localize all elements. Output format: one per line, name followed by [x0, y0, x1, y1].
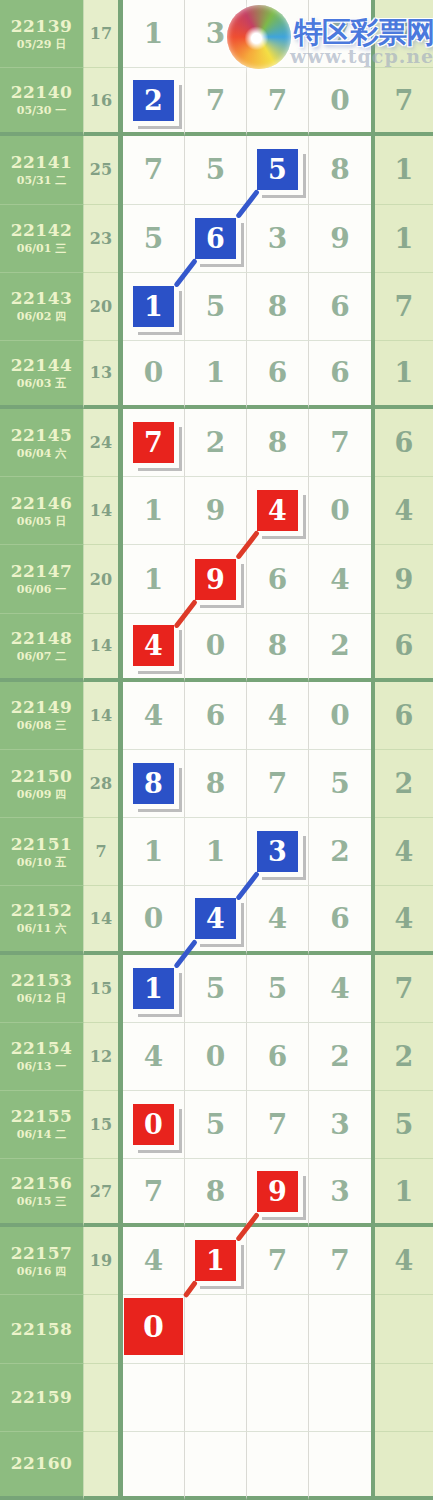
digit-cell: 4 — [185, 886, 247, 954]
digit-cell: 4 — [123, 1227, 185, 1295]
digit-cell: 3 — [247, 205, 309, 273]
period-number: 22154 — [11, 1038, 73, 1058]
sum-cell — [84, 1295, 118, 1363]
chart-row: 22159 — [0, 1364, 433, 1432]
digit-cell: 6 — [247, 545, 309, 613]
period-cell: 2214606/05 日 — [0, 477, 84, 545]
highlight-box: 2 — [133, 80, 174, 121]
fifth-digit-cell: 4 — [375, 477, 433, 545]
digit-cell: 3 — [309, 1159, 371, 1227]
chart-row: 2215306/12 日1515547 — [0, 955, 433, 1023]
digit-cell: 9 — [309, 205, 371, 273]
chart-row: 2215506/14 二1505735 — [0, 1091, 433, 1159]
period-cell: 22158 — [0, 1295, 84, 1363]
digit-cell: 4 — [247, 886, 309, 954]
period-number: 22159 — [11, 1387, 73, 1407]
digit-cell: 1 — [123, 955, 185, 1023]
chart-row: 2214906/08 三1446406 — [0, 682, 433, 750]
chart-row: 2215206/11 六1404464 — [0, 886, 433, 954]
digit-cell: 9 — [247, 1159, 309, 1227]
digit-cell: 1 — [185, 818, 247, 886]
period-number: 22140 — [11, 82, 73, 102]
digit-cell: 1 — [185, 341, 247, 409]
digit-cell: 6 — [309, 341, 371, 409]
digit-cell: 7 — [123, 136, 185, 204]
digit-cell: 1 — [123, 477, 185, 545]
fifth-digit-cell — [375, 1364, 433, 1432]
period-number: 22146 — [11, 493, 73, 513]
period-date: 06/05 日 — [17, 514, 66, 529]
digit-cell: 3 — [247, 818, 309, 886]
sum-cell — [84, 1432, 118, 1500]
digit-cell: 2 — [309, 818, 371, 886]
digit-cell: 0 — [123, 1295, 185, 1363]
digit-cell: 7 — [309, 0, 371, 68]
digit-cell: 6 — [247, 1023, 309, 1091]
digit-cell — [309, 1432, 371, 1500]
fifth-digit-cell — [375, 1432, 433, 1500]
chart-row: 2215606/15 三2778931 — [0, 1159, 433, 1227]
period-cell: 2213905/29 日 — [0, 0, 84, 68]
fifth-digit-cell: 7 — [375, 68, 433, 136]
digit-cell: 5 — [185, 273, 247, 341]
sum-cell: 15 — [84, 1091, 118, 1159]
fifth-digit-cell: 4 — [375, 1227, 433, 1295]
period-date: 06/06 一 — [17, 582, 66, 597]
digit-cell: 2 — [185, 409, 247, 477]
digit-cell: 2 — [123, 68, 185, 136]
digit-cell — [123, 1432, 185, 1500]
period-cell: 2214806/07 二 — [0, 614, 84, 682]
period-cell: 2215106/10 五 — [0, 818, 84, 886]
digit-cell: 0 — [123, 886, 185, 954]
highlight-box: 0 — [124, 1298, 183, 1355]
digit-cell: 3 — [185, 0, 247, 68]
digit-cell: 7 — [247, 68, 309, 136]
period-number: 22148 — [11, 628, 73, 648]
period-cell: 2214706/06 一 — [0, 545, 84, 613]
digit-cell: 5 — [185, 1091, 247, 1159]
highlight-box: 0 — [133, 1104, 174, 1145]
digit-cell: 0 — [185, 614, 247, 682]
digit-cell: 8 — [185, 750, 247, 818]
sum-cell: 15 — [84, 955, 118, 1023]
digit-cell: 6 — [247, 0, 309, 68]
digit-cell: 4 — [309, 545, 371, 613]
digit-cell: 5 — [185, 136, 247, 204]
digit-cell — [309, 1364, 371, 1432]
chart-row: 2214005/30 一1627707 — [0, 68, 433, 136]
sum-cell: 24 — [84, 409, 118, 477]
digit-cell: 0 — [309, 68, 371, 136]
highlight-box: 6 — [195, 218, 236, 259]
highlight-box: 1 — [133, 968, 174, 1009]
period-cell: 2215606/15 三 — [0, 1159, 84, 1227]
fifth-digit-cell: 7 — [375, 273, 433, 341]
chart-row: 22160 — [0, 1432, 433, 1500]
sum-cell: 13 — [84, 341, 118, 409]
period-number: 22150 — [11, 766, 73, 786]
period-cell: 2214206/01 三 — [0, 205, 84, 273]
chart-row: 2215706/16 四1941774 — [0, 1227, 433, 1295]
digit-cell: 5 — [185, 955, 247, 1023]
sum-cell: 14 — [84, 614, 118, 682]
period-date: 06/11 六 — [17, 921, 66, 936]
digit-cell — [185, 1295, 247, 1363]
chart-row: 2215106/10 五711324 — [0, 818, 433, 886]
sum-cell: 14 — [84, 477, 118, 545]
sum-cell: 14 — [84, 682, 118, 750]
period-date: 05/29 日 — [17, 37, 66, 52]
period-number: 22157 — [11, 1243, 73, 1263]
fifth-digit-cell: 9 — [375, 545, 433, 613]
digit-cell — [309, 1295, 371, 1363]
highlight-box: 5 — [257, 149, 298, 190]
fifth-digit-cell: 1 — [375, 341, 433, 409]
period-number: 22144 — [11, 355, 73, 375]
period-cell: 2214406/03 五 — [0, 341, 84, 409]
digit-cell: 0 — [309, 682, 371, 750]
highlight-box: 4 — [195, 898, 236, 939]
period-date: 05/30 一 — [17, 103, 66, 118]
chart-row: 2214806/07 二1440826 — [0, 614, 433, 682]
digit-cell: 6 — [309, 886, 371, 954]
digit-cell: 0 — [123, 1091, 185, 1159]
period-date: 06/15 三 — [17, 1194, 66, 1209]
digit-cell: 4 — [309, 955, 371, 1023]
digit-cell: 0 — [309, 477, 371, 545]
fifth-digit-cell: 1 — [375, 136, 433, 204]
chart-row: 221580 — [0, 1295, 433, 1363]
digit-cell: 4 — [123, 1023, 185, 1091]
chart-row: 2214706/06 一2019649 — [0, 545, 433, 613]
digit-cell: 9 — [185, 477, 247, 545]
digit-cell: 8 — [247, 614, 309, 682]
sum-cell: 16 — [84, 68, 118, 136]
period-number: 22143 — [11, 288, 73, 308]
digit-cell: 7 — [309, 1227, 371, 1295]
sum-cell — [84, 1364, 118, 1432]
period-cell: 22160 — [0, 1432, 84, 1500]
chart-row: 2215406/13 一1240622 — [0, 1023, 433, 1091]
digit-cell: 8 — [123, 750, 185, 818]
period-number: 22142 — [11, 220, 73, 240]
digit-cell: 5 — [309, 750, 371, 818]
digit-cell: 6 — [309, 273, 371, 341]
digit-cell: 3 — [309, 1091, 371, 1159]
digit-cell — [185, 1364, 247, 1432]
digit-cell: 2 — [309, 1023, 371, 1091]
digit-cell: 7 — [123, 409, 185, 477]
digit-cell: 0 — [123, 341, 185, 409]
digit-cell: 2 — [309, 614, 371, 682]
digit-cell: 6 — [185, 682, 247, 750]
period-number: 22141 — [11, 152, 73, 172]
chart-row: 2214606/05 日1419404 — [0, 477, 433, 545]
highlight-box: 1 — [195, 1240, 236, 1281]
period-number: 22151 — [11, 834, 73, 854]
sum-cell: 23 — [84, 205, 118, 273]
sum-cell: 14 — [84, 886, 118, 954]
fifth-digit-cell: 6 — [375, 614, 433, 682]
period-date: 06/04 六 — [17, 446, 66, 461]
chart-row: 2214206/01 三2356391 — [0, 205, 433, 273]
fifth-digit-cell: 7 — [375, 955, 433, 1023]
digit-cell — [247, 1364, 309, 1432]
digit-cell: 1 — [123, 273, 185, 341]
fifth-digit-cell: 7 — [375, 0, 433, 68]
highlight-box: 4 — [257, 490, 298, 531]
period-cell: 2215706/16 四 — [0, 1227, 84, 1295]
digit-cell — [185, 1432, 247, 1500]
digit-cell: 1 — [185, 1227, 247, 1295]
period-cell: 2215306/12 日 — [0, 955, 84, 1023]
fifth-digit-cell — [375, 1295, 433, 1363]
digit-cell: 1 — [123, 818, 185, 886]
period-cell: 2215506/14 二 — [0, 1091, 84, 1159]
digit-cell: 8 — [185, 1159, 247, 1227]
highlight-box: 8 — [133, 763, 174, 804]
digit-cell: 5 — [123, 205, 185, 273]
period-number: 22139 — [11, 16, 73, 36]
highlight-box: 1 — [133, 286, 174, 327]
sum-cell: 25 — [84, 136, 118, 204]
highlight-box: 3 — [257, 831, 298, 872]
period-cell: 2214105/31 二 — [0, 136, 84, 204]
digit-cell: 4 — [123, 614, 185, 682]
period-date: 06/16 四 — [17, 1264, 66, 1279]
period-number: 22147 — [11, 561, 73, 581]
period-cell: 2214906/08 三 — [0, 682, 84, 750]
fifth-digit-cell: 6 — [375, 409, 433, 477]
period-number: 22149 — [11, 697, 73, 717]
fifth-digit-cell: 5 — [375, 1091, 433, 1159]
sum-cell: 7 — [84, 818, 118, 886]
sum-cell: 17 — [84, 0, 118, 68]
period-number: 22155 — [11, 1106, 73, 1126]
highlight-box: 9 — [195, 559, 236, 600]
digit-cell: 7 — [185, 68, 247, 136]
trend-chart: 2213905/29 日17136772214005/30 一162770722… — [0, 0, 433, 1500]
period-cell: 22159 — [0, 1364, 84, 1432]
digit-cell: 5 — [247, 955, 309, 1023]
period-cell: 2215206/11 六 — [0, 886, 84, 954]
period-date: 06/01 三 — [17, 241, 66, 256]
digit-cell: 7 — [247, 750, 309, 818]
period-date: 06/02 四 — [17, 309, 66, 324]
sum-cell: 28 — [84, 750, 118, 818]
digit-cell: 8 — [247, 273, 309, 341]
period-cell: 2214306/02 四 — [0, 273, 84, 341]
chart-row: 2214406/03 五1301661 — [0, 341, 433, 409]
fifth-digit-cell: 2 — [375, 1023, 433, 1091]
digit-cell — [247, 1432, 309, 1500]
chart-row: 2215006/09 四2888752 — [0, 750, 433, 818]
period-date: 05/31 二 — [17, 173, 66, 188]
digit-cell: 4 — [247, 477, 309, 545]
digit-cell: 1 — [123, 545, 185, 613]
digit-cell: 6 — [185, 205, 247, 273]
digit-cell: 0 — [185, 1023, 247, 1091]
chart-row: 2214306/02 四2015867 — [0, 273, 433, 341]
period-number: 22153 — [11, 970, 73, 990]
chart-row: 2214105/31 二2575581 — [0, 136, 433, 204]
period-cell: 2214005/30 一 — [0, 68, 84, 136]
fifth-digit-cell: 1 — [375, 1159, 433, 1227]
fifth-digit-cell: 2 — [375, 750, 433, 818]
period-date: 06/08 三 — [17, 718, 66, 733]
digit-cell: 7 — [247, 1091, 309, 1159]
highlight-box: 7 — [133, 422, 174, 463]
digit-cell: 8 — [247, 409, 309, 477]
fifth-digit-cell: 4 — [375, 818, 433, 886]
fifth-digit-cell: 1 — [375, 205, 433, 273]
digit-cell: 4 — [123, 682, 185, 750]
period-date: 06/07 二 — [17, 649, 66, 664]
fifth-digit-cell: 4 — [375, 886, 433, 954]
digit-cell: 4 — [247, 682, 309, 750]
period-cell: 2215406/13 一 — [0, 1023, 84, 1091]
period-number: 22156 — [11, 1173, 73, 1193]
period-date: 06/12 日 — [17, 991, 66, 1006]
period-date: 06/14 二 — [17, 1127, 66, 1142]
period-date: 06/09 四 — [17, 787, 66, 802]
sum-cell: 19 — [84, 1227, 118, 1295]
period-cell: 2215006/09 四 — [0, 750, 84, 818]
digit-cell: 7 — [123, 1159, 185, 1227]
period-date: 06/03 五 — [17, 376, 66, 391]
period-date: 06/13 一 — [17, 1059, 66, 1074]
digit-cell: 7 — [247, 1227, 309, 1295]
sum-cell: 20 — [84, 545, 118, 613]
digit-cell: 1 — [123, 0, 185, 68]
period-cell: 2214506/04 六 — [0, 409, 84, 477]
digit-cell: 9 — [185, 545, 247, 613]
fifth-digit-cell: 6 — [375, 682, 433, 750]
sum-cell: 20 — [84, 273, 118, 341]
highlight-box: 4 — [133, 625, 174, 666]
period-number: 22160 — [11, 1453, 73, 1473]
digit-cell: 6 — [247, 341, 309, 409]
highlight-box: 9 — [257, 1171, 298, 1212]
chart-row: 2213905/29 日1713677 — [0, 0, 433, 68]
sum-cell: 27 — [84, 1159, 118, 1227]
chart-row: 2214506/04 六2472876 — [0, 409, 433, 477]
period-number: 22145 — [11, 425, 73, 445]
period-number: 22158 — [11, 1319, 73, 1339]
digit-cell — [247, 1295, 309, 1363]
digit-cell: 8 — [309, 136, 371, 204]
period-date: 06/10 五 — [17, 855, 66, 870]
sum-cell: 12 — [84, 1023, 118, 1091]
period-number: 22152 — [11, 900, 73, 920]
digit-cell: 7 — [309, 409, 371, 477]
digit-cell: 5 — [247, 136, 309, 204]
digit-cell — [123, 1364, 185, 1432]
